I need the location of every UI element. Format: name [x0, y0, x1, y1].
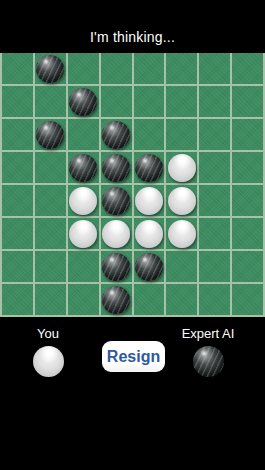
board-cell-r1c7[interactable]: [232, 86, 263, 117]
board-cell-r0c3[interactable]: [101, 53, 132, 84]
board-cell-r6c7[interactable]: [232, 251, 263, 282]
black-stone: [102, 286, 130, 314]
black-stone: [69, 154, 97, 182]
board-cell-r0c4[interactable]: [134, 53, 165, 84]
board-cell-r4c7[interactable]: [232, 185, 263, 216]
player-ai: Expert AI: [181, 326, 235, 377]
board-cell-r3c1[interactable]: [35, 152, 66, 183]
board-cell-r7c1[interactable]: [35, 284, 66, 315]
board-cell-r4c0[interactable]: [2, 185, 33, 216]
black-stone: [102, 187, 130, 215]
board-cell-r1c1[interactable]: [35, 86, 66, 117]
board-cell-r7c5[interactable]: [166, 284, 197, 315]
board-cell-r0c6[interactable]: [199, 53, 230, 84]
player-ai-label: Expert AI: [182, 326, 235, 341]
black-stone: [135, 154, 163, 182]
black-stone: [135, 253, 163, 281]
board-cell-r5c4[interactable]: [134, 218, 165, 249]
status-text: I'm thinking...: [0, 29, 265, 45]
board-cell-r6c2[interactable]: [68, 251, 99, 282]
board-cell-r6c5[interactable]: [166, 251, 197, 282]
board-cell-r6c6[interactable]: [199, 251, 230, 282]
board-cell-r1c0[interactable]: [2, 86, 33, 117]
board-cell-r1c2[interactable]: [68, 86, 99, 117]
board-cell-r3c4[interactable]: [134, 152, 165, 183]
game-board: [0, 53, 265, 317]
white-stone: [69, 187, 97, 215]
white-stone: [102, 220, 130, 248]
player-tray: You Resign Expert AI: [0, 317, 265, 470]
board-cell-r1c6[interactable]: [199, 86, 230, 117]
white-stone: [33, 346, 64, 377]
board-cell-r0c7[interactable]: [232, 53, 263, 84]
black-stone: [36, 121, 64, 149]
board-cell-r3c7[interactable]: [232, 152, 263, 183]
black-stone: [102, 154, 130, 182]
board-cell-r2c4[interactable]: [134, 119, 165, 150]
white-stone: [168, 154, 196, 182]
board-cell-r2c0[interactable]: [2, 119, 33, 150]
app-screen: I'm thinking... You Resign Expert AI: [0, 0, 265, 470]
board-cell-r3c6[interactable]: [199, 152, 230, 183]
white-stone: [135, 220, 163, 248]
board-cell-r7c0[interactable]: [2, 284, 33, 315]
white-stone: [135, 187, 163, 215]
white-stone: [168, 187, 196, 215]
resign-button[interactable]: Resign: [102, 341, 165, 372]
board-cell-r1c5[interactable]: [166, 86, 197, 117]
board-cell-r2c5[interactable]: [166, 119, 197, 150]
board-cell-r5c0[interactable]: [2, 218, 33, 249]
white-stone: [168, 220, 196, 248]
board-cell-r2c1[interactable]: [35, 119, 66, 150]
board-cell-r7c6[interactable]: [199, 284, 230, 315]
board-cell-r6c1[interactable]: [35, 251, 66, 282]
board-cell-r4c6[interactable]: [199, 185, 230, 216]
board-cell-r4c5[interactable]: [166, 185, 197, 216]
black-stone: [193, 346, 224, 377]
player-you-label: You: [37, 326, 59, 341]
board-cell-r7c3[interactable]: [101, 284, 132, 315]
board-cell-r3c5[interactable]: [166, 152, 197, 183]
white-stone: [69, 220, 97, 248]
board-cell-r2c2[interactable]: [68, 119, 99, 150]
board-cell-r0c5[interactable]: [166, 53, 197, 84]
board-cell-r4c4[interactable]: [134, 185, 165, 216]
board-cell-r5c5[interactable]: [166, 218, 197, 249]
board-cell-r0c1[interactable]: [35, 53, 66, 84]
board-cell-r3c0[interactable]: [2, 152, 33, 183]
board-cell-r2c3[interactable]: [101, 119, 132, 150]
board-cell-r5c1[interactable]: [35, 218, 66, 249]
black-stone: [69, 88, 97, 116]
board-cell-r5c6[interactable]: [199, 218, 230, 249]
board-cell-r0c2[interactable]: [68, 53, 99, 84]
board-cell-r3c2[interactable]: [68, 152, 99, 183]
black-stone: [102, 253, 130, 281]
player-you: You: [21, 326, 75, 377]
board-cell-r7c7[interactable]: [232, 284, 263, 315]
board-cell-r7c4[interactable]: [134, 284, 165, 315]
black-stone: [36, 55, 64, 83]
board-cell-r7c2[interactable]: [68, 284, 99, 315]
board-cell-r6c0[interactable]: [2, 251, 33, 282]
board-cell-r5c3[interactable]: [101, 218, 132, 249]
board-cell-r6c4[interactable]: [134, 251, 165, 282]
board-cell-r5c7[interactable]: [232, 218, 263, 249]
board-cell-r2c6[interactable]: [199, 119, 230, 150]
board-cell-r4c2[interactable]: [68, 185, 99, 216]
board-cell-r0c0[interactable]: [2, 53, 33, 84]
board-cell-r1c3[interactable]: [101, 86, 132, 117]
board-cell-r5c2[interactable]: [68, 218, 99, 249]
board-cell-r2c7[interactable]: [232, 119, 263, 150]
board-cell-r6c3[interactable]: [101, 251, 132, 282]
board-cell-r4c1[interactable]: [35, 185, 66, 216]
board-cell-r1c4[interactable]: [134, 86, 165, 117]
black-stone: [102, 121, 130, 149]
board-cell-r3c3[interactable]: [101, 152, 132, 183]
board-cell-r4c3[interactable]: [101, 185, 132, 216]
